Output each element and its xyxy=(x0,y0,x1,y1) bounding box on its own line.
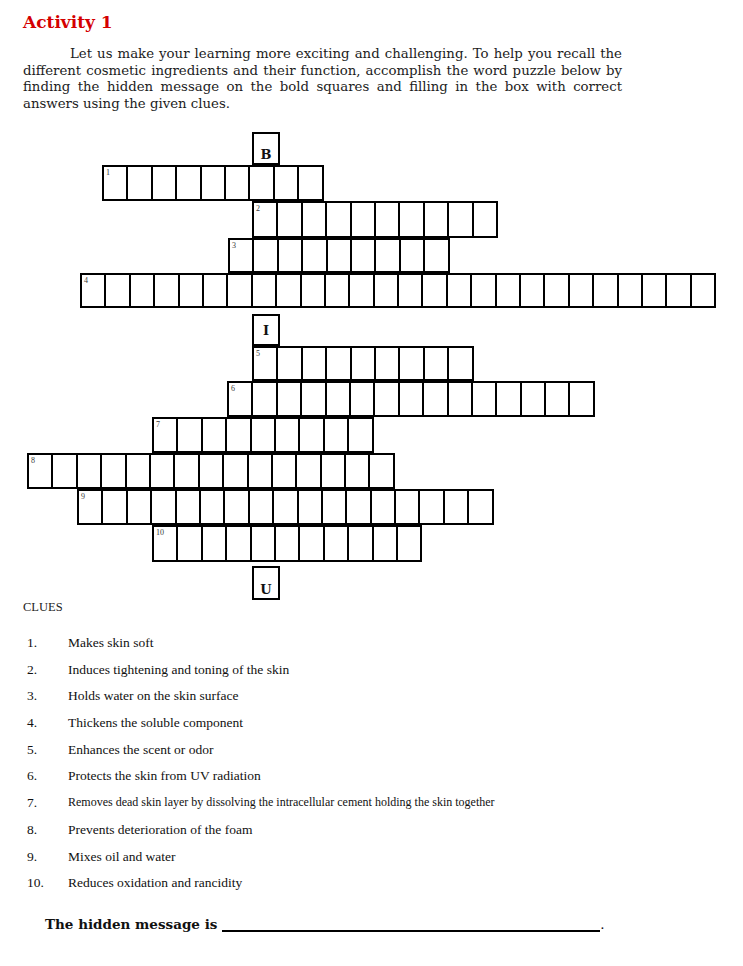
answer-cell[interactable] xyxy=(666,274,690,307)
answer-cell[interactable] xyxy=(448,347,472,380)
answer-cell[interactable] xyxy=(423,382,447,416)
answer-cell[interactable] xyxy=(351,202,375,237)
clue-item-3: 3. Holds water on the skin surface xyxy=(27,687,727,714)
answer-cell[interactable] xyxy=(691,274,715,307)
answer-cell[interactable] xyxy=(225,166,249,200)
clue-text: Mixes oil and water xyxy=(68,848,176,865)
answer-cell[interactable] xyxy=(371,490,395,524)
answer-cell[interactable] xyxy=(249,490,273,524)
answer-cell[interactable] xyxy=(224,490,248,524)
answer-cell[interactable] xyxy=(176,166,200,200)
clue-number-label: 7 xyxy=(156,420,160,429)
answer-cell[interactable] xyxy=(302,202,326,237)
puzzle-row-7: 7 xyxy=(152,417,374,453)
answer-cell[interactable] xyxy=(544,274,568,307)
answer-cell[interactable] xyxy=(251,526,275,561)
answer-cell[interactable]: 10 xyxy=(153,526,177,561)
clue-item-7: 7. Removes dead skin layer by dissolving… xyxy=(27,794,727,821)
puzzle-row-8: 8 xyxy=(27,453,395,489)
answer-cell[interactable] xyxy=(468,490,492,524)
clue-item-6: 6. Protects the skin from UV radiation xyxy=(27,767,727,794)
answer-cell[interactable] xyxy=(276,274,300,307)
answer-cell[interactable] xyxy=(226,526,250,561)
answer-cell[interactable] xyxy=(375,347,399,380)
answer-cell[interactable] xyxy=(422,274,446,307)
answer-cell[interactable] xyxy=(278,239,302,272)
answer-cell[interactable] xyxy=(275,418,299,452)
answer-cell[interactable] xyxy=(298,166,322,200)
answer-cell[interactable]: 3 xyxy=(229,239,253,272)
answer-cell[interactable] xyxy=(252,382,276,416)
answer-cell[interactable] xyxy=(302,239,326,272)
clue-number: 9. xyxy=(27,848,68,865)
answer-cell[interactable] xyxy=(277,382,301,416)
clue-number-label: 6 xyxy=(231,384,235,393)
answer-cell[interactable] xyxy=(593,274,617,307)
answer-cell[interactable] xyxy=(251,418,275,452)
clue-text: Removes dead skin layer by dissolving th… xyxy=(68,794,495,811)
puzzle-row-4: 4 xyxy=(80,273,716,308)
answer-cell[interactable] xyxy=(150,454,174,488)
period: . xyxy=(600,916,604,932)
given-letter-i: I xyxy=(263,323,269,338)
answer-cell[interactable]: 9 xyxy=(78,490,102,524)
clue-number: 5. xyxy=(27,741,68,758)
puzzle-row-10: 10 xyxy=(152,525,422,562)
answer-cell[interactable] xyxy=(154,274,178,307)
answer-cell[interactable] xyxy=(174,454,198,488)
answer-cell[interactable] xyxy=(302,347,326,380)
answer-cell[interactable] xyxy=(521,382,545,416)
answer-cell[interactable] xyxy=(374,274,398,307)
word-puzzle-grid: B1234I5678910U xyxy=(0,0,743,610)
answer-cell[interactable] xyxy=(273,490,297,524)
answer-cell[interactable] xyxy=(424,202,448,237)
clue-number-label: 2 xyxy=(256,204,260,213)
puzzle-row-3: 3 xyxy=(228,238,450,273)
clue-item-10: 10. Reduces oxidation and rancidity xyxy=(27,874,727,901)
answer-cell[interactable] xyxy=(325,274,349,307)
answer-cell[interactable] xyxy=(130,274,154,307)
answer-cell[interactable] xyxy=(473,202,497,237)
answer-cell[interactable] xyxy=(399,202,423,237)
clue-text: Prevents deterioration of the foam xyxy=(68,821,252,838)
answer-cell[interactable] xyxy=(520,274,544,307)
answer-cell[interactable] xyxy=(226,418,250,452)
answer-cell[interactable] xyxy=(321,454,345,488)
puzzle-row-9: 9 xyxy=(77,489,494,525)
answer-cell[interactable] xyxy=(296,454,320,488)
clue-text: Holds water on the skin surface xyxy=(68,687,239,704)
answer-cell[interactable] xyxy=(199,454,223,488)
clue-text: Enhances the scent or odor xyxy=(68,741,213,758)
answer-cell[interactable] xyxy=(151,490,175,524)
answer-cell[interactable] xyxy=(202,418,226,452)
answer-cell[interactable] xyxy=(569,382,593,416)
clue-number-label: 3 xyxy=(232,241,236,250)
clue-number: 2. xyxy=(27,661,68,678)
answer-cell[interactable] xyxy=(102,490,126,524)
answer-cell[interactable]: 2 xyxy=(253,202,277,237)
clue-item-8: 8. Prevents deterioration of the foam xyxy=(27,821,727,848)
hidden-letter-cell-b: B xyxy=(252,132,280,165)
answer-cell[interactable] xyxy=(395,490,419,524)
answer-cell[interactable] xyxy=(327,239,351,272)
clue-text: Protects the skin from UV radiation xyxy=(68,767,261,784)
clue-item-1: 1. Makes skin soft xyxy=(27,634,727,661)
answer-cell[interactable] xyxy=(350,382,374,416)
answer-cell[interactable] xyxy=(346,490,370,524)
puzzle-row-6: 6 xyxy=(227,381,595,417)
answer-cell[interactable] xyxy=(351,347,375,380)
clue-number-label: 1 xyxy=(106,168,110,177)
clues-heading: CLUES xyxy=(23,600,63,615)
answer-cell[interactable] xyxy=(272,454,296,488)
hidden-message-line: The hidden message is . xyxy=(45,916,605,932)
clue-text: Thickens the soluble component xyxy=(68,714,243,731)
answer-cell[interactable] xyxy=(398,274,422,307)
clue-number: 6. xyxy=(27,767,68,784)
answer-cell[interactable] xyxy=(324,526,348,561)
answer-cell[interactable] xyxy=(127,166,151,200)
answer-cell[interactable]: 5 xyxy=(253,347,277,380)
answer-cell[interactable]: 6 xyxy=(228,382,252,416)
answer-cell[interactable] xyxy=(419,490,443,524)
answer-cell[interactable] xyxy=(345,454,369,488)
answer-cell[interactable] xyxy=(127,490,151,524)
clue-number-label: 4 xyxy=(84,276,88,285)
hidden-letter-cell-i: I xyxy=(252,314,280,346)
answer-cell[interactable] xyxy=(424,239,448,272)
clue-item-5: 5. Enhances the scent or odor xyxy=(27,741,727,768)
answer-cell[interactable] xyxy=(252,274,276,307)
answer-cell[interactable] xyxy=(299,418,323,452)
answer-cell[interactable] xyxy=(351,239,375,272)
answer-cell[interactable] xyxy=(223,454,247,488)
given-letter-u: U xyxy=(260,582,271,597)
clue-number: 1. xyxy=(27,634,68,651)
answer-cell[interactable] xyxy=(176,490,200,524)
answer-cell[interactable] xyxy=(348,526,372,561)
answer-cell[interactable] xyxy=(152,166,176,200)
answer-cell[interactable] xyxy=(277,202,301,237)
answer-cell[interactable] xyxy=(471,274,495,307)
answer-cell[interactable] xyxy=(399,382,423,416)
answer-cell[interactable] xyxy=(249,166,273,200)
clue-number: 3. xyxy=(27,687,68,704)
puzzle-row-2: 2 xyxy=(252,201,498,238)
clue-item-9: 9. Mixes oil and water xyxy=(27,848,727,875)
answer-cell[interactable]: 7 xyxy=(153,418,177,452)
clue-text: Induces tightening and toning of the ski… xyxy=(68,661,289,678)
answer-cell[interactable] xyxy=(248,454,272,488)
answer-cell[interactable] xyxy=(298,490,322,524)
hidden-message-blank[interactable] xyxy=(222,917,600,932)
answer-cell[interactable] xyxy=(101,454,125,488)
answer-cell[interactable] xyxy=(374,382,398,416)
puzzle-row-5: 5 xyxy=(252,346,474,381)
answer-cell[interactable] xyxy=(424,347,448,380)
given-letter-b: B xyxy=(261,147,272,162)
clue-number-label: 8 xyxy=(31,456,35,465)
clue-number: 7. xyxy=(27,794,68,811)
answer-cell[interactable] xyxy=(447,274,471,307)
answer-cell[interactable] xyxy=(52,454,76,488)
answer-cell[interactable] xyxy=(400,239,424,272)
answer-cell[interactable] xyxy=(326,382,350,416)
answer-cell[interactable] xyxy=(618,274,642,307)
clue-number-label: 10 xyxy=(156,528,164,537)
answer-cell[interactable] xyxy=(200,490,224,524)
puzzle-row-1: 1 xyxy=(102,165,324,201)
answer-cell[interactable] xyxy=(177,418,201,452)
answer-cell[interactable] xyxy=(126,454,150,488)
answer-cell[interactable] xyxy=(448,382,472,416)
answer-cell[interactable] xyxy=(177,526,201,561)
answer-cell[interactable] xyxy=(448,202,472,237)
hidden-message-prompt: The hidden message is xyxy=(45,916,217,932)
answer-cell[interactable] xyxy=(324,418,348,452)
answer-cell[interactable] xyxy=(301,274,325,307)
answer-cell[interactable] xyxy=(202,526,226,561)
answer-cell[interactable]: 1 xyxy=(103,166,127,200)
answer-cell[interactable] xyxy=(375,202,399,237)
answer-cell[interactable] xyxy=(349,274,373,307)
answer-cell[interactable] xyxy=(369,454,393,488)
answer-cell[interactable]: 8 xyxy=(28,454,52,488)
clue-number-label: 5 xyxy=(256,349,260,358)
answer-cell[interactable] xyxy=(348,418,372,452)
answer-cell[interactable] xyxy=(642,274,666,307)
clue-item-2: 2. Induces tightening and toning of the … xyxy=(27,661,727,688)
answer-cell[interactable] xyxy=(397,526,421,561)
clue-item-4: 4. Thickens the soluble component xyxy=(27,714,727,741)
answer-cell[interactable] xyxy=(275,526,299,561)
answer-cell[interactable] xyxy=(472,382,496,416)
answer-cell[interactable] xyxy=(399,347,423,380)
answer-cell[interactable] xyxy=(203,274,227,307)
answer-cell[interactable] xyxy=(545,382,569,416)
answer-cell[interactable] xyxy=(326,202,350,237)
answer-cell[interactable] xyxy=(274,166,298,200)
answer-cell[interactable] xyxy=(569,274,593,307)
clue-number: 8. xyxy=(27,821,68,838)
answer-cell[interactable] xyxy=(301,382,325,416)
answer-cell[interactable] xyxy=(322,490,346,524)
worksheet-page: Activity 1 Let us make your learning mor… xyxy=(0,0,743,966)
clues-list: 1. Makes skin soft 2. Induces tightening… xyxy=(27,634,727,901)
answer-cell[interactable] xyxy=(277,347,301,380)
answer-cell[interactable] xyxy=(326,347,350,380)
clue-number: 10. xyxy=(27,874,68,891)
answer-cell[interactable] xyxy=(105,274,129,307)
clue-number: 4. xyxy=(27,714,68,731)
answer-cell[interactable] xyxy=(227,274,251,307)
answer-cell[interactable] xyxy=(201,166,225,200)
answer-cell[interactable] xyxy=(179,274,203,307)
answer-cell[interactable] xyxy=(375,239,399,272)
hidden-letter-cell-u: U xyxy=(252,566,280,600)
clue-text: Reduces oxidation and rancidity xyxy=(68,874,242,891)
answer-cell[interactable] xyxy=(496,274,520,307)
answer-cell[interactable]: 4 xyxy=(81,274,105,307)
answer-cell[interactable] xyxy=(253,239,277,272)
answer-cell[interactable] xyxy=(77,454,101,488)
answer-cell[interactable] xyxy=(496,382,520,416)
answer-cell[interactable] xyxy=(299,526,323,561)
answer-cell[interactable] xyxy=(444,490,468,524)
clue-text: Makes skin soft xyxy=(68,634,154,651)
answer-cell[interactable] xyxy=(373,526,397,561)
clue-number-label: 9 xyxy=(81,492,85,501)
